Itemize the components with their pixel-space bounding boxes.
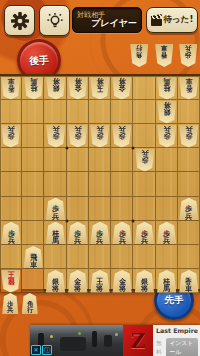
board-square[interactable]: [133, 124, 155, 148]
board-square[interactable]: [44, 172, 66, 196]
board-square[interactable]: [0, 148, 22, 172]
shogi-piece-角行-gote[interactable]: 角行: [130, 44, 149, 67]
board-square[interactable]: [89, 148, 111, 172]
opponent-name: プレイヤー: [90, 17, 137, 30]
shogi-board[interactable]: 香車桂馬銀将金将玉将金将桂馬香車銀将歩兵歩兵歩兵歩兵歩兵歩兵歩兵歩兵歩兵歩兵歩兵…: [0, 74, 200, 291]
board-square[interactable]: [67, 172, 89, 196]
shogi-piece-香車-gote[interactable]: 香車: [155, 44, 174, 67]
shogi-piece-歩兵-sente[interactable]: 歩兵: [46, 198, 66, 221]
ad-install-button[interactable]: インストール: [166, 338, 198, 356]
shogi-piece-歩兵-gote[interactable]: 歩兵: [179, 44, 198, 67]
star-point: [65, 219, 68, 222]
board-square[interactable]: [22, 197, 44, 221]
board-square[interactable]: [178, 245, 200, 269]
board-square[interactable]: [67, 100, 89, 124]
board-square[interactable]: [133, 172, 155, 196]
board-square[interactable]: [0, 245, 22, 269]
hint-button[interactable]: [39, 5, 70, 36]
board-square[interactable]: [156, 245, 178, 269]
board-square[interactable]: [44, 245, 66, 269]
ad-text-area[interactable]: Last Empire − War Z ... 無料 インストール: [153, 325, 200, 356]
board-square[interactable]: [67, 245, 89, 269]
ad-thumbnail[interactable]: ✕ ⓘ: [30, 325, 123, 356]
ad-close-icon[interactable]: ✕: [31, 345, 41, 355]
board-square[interactable]: [133, 245, 155, 269]
board-square[interactable]: [0, 100, 22, 124]
board-square[interactable]: [178, 148, 200, 172]
board-square[interactable]: [0, 172, 22, 196]
shogi-piece-銀将-sente[interactable]: 銀将: [135, 270, 155, 293]
opponent-panel: 対戦相手 プレイヤー: [72, 7, 142, 33]
clapper-icon: [151, 15, 162, 26]
shogi-piece-桂馬-sente[interactable]: 桂馬: [157, 270, 177, 293]
board-square[interactable]: [133, 76, 155, 100]
shogi-piece-王将-sente[interactable]: 王将: [90, 270, 110, 293]
gote-captured-pieces-tray: 角行香車歩兵: [130, 43, 200, 71]
shogi-piece-歩兵-sente[interactable]: 歩兵: [179, 198, 199, 221]
shogi-piece-飛車-sente[interactable]: 飛車: [24, 246, 44, 269]
board-square[interactable]: [22, 221, 44, 245]
shogi-piece-歩兵-sente[interactable]: 歩兵: [68, 222, 88, 245]
shogi-piece-角行-sente[interactable]: 角行: [22, 293, 39, 314]
shogi-piece-銀将-sente[interactable]: 銀将: [46, 270, 66, 293]
takeback-label: 待った!: [164, 14, 194, 26]
ad-app-logo[interactable]: Z: [123, 325, 153, 356]
ad-banner[interactable]: ✕ ⓘ Z Last Empire − War Z ... 無料 インストール: [30, 325, 200, 356]
shogi-piece-香車-sente[interactable]: 香車: [179, 270, 199, 293]
ad-free-label: 無料: [156, 339, 164, 356]
shogi-piece-歩兵-sente[interactable]: 歩兵: [112, 222, 132, 245]
shogi-piece-歩兵-sente[interactable]: 歩兵: [90, 222, 110, 245]
board-square[interactable]: [44, 100, 66, 124]
lightbulb-icon: [46, 12, 64, 30]
ad-info-icon[interactable]: ⓘ: [42, 345, 52, 355]
ad-title[interactable]: Last Empire − War Z ...: [156, 327, 198, 334]
board-square[interactable]: [156, 148, 178, 172]
board-square[interactable]: [111, 197, 133, 221]
board-square[interactable]: [111, 172, 133, 196]
board-square[interactable]: [111, 245, 133, 269]
gear-icon: [11, 12, 29, 30]
board-square[interactable]: [44, 148, 66, 172]
board-square[interactable]: [89, 172, 111, 196]
board-square[interactable]: [178, 100, 200, 124]
board-square[interactable]: [133, 197, 155, 221]
board-square[interactable]: [89, 197, 111, 221]
board-square[interactable]: [178, 221, 200, 245]
board-square[interactable]: [156, 197, 178, 221]
shogi-piece-歩兵-sente[interactable]: 歩兵: [135, 222, 155, 245]
board-square[interactable]: [111, 100, 133, 124]
board-square[interactable]: [0, 197, 22, 221]
shogi-piece-金将-sente[interactable]: 金将: [112, 270, 132, 293]
board-square[interactable]: [22, 148, 44, 172]
board-square[interactable]: [22, 124, 44, 148]
board-square[interactable]: [67, 197, 89, 221]
sente-captured-pieces-tray: 歩兵角行: [2, 292, 62, 316]
board-square[interactable]: [133, 100, 155, 124]
star-point: [65, 147, 68, 150]
shogi-piece-金将-sente[interactable]: 金将: [68, 270, 88, 293]
board-square[interactable]: [111, 148, 133, 172]
board-square[interactable]: [22, 172, 44, 196]
board-square[interactable]: [22, 100, 44, 124]
takeback-button[interactable]: 待った!: [146, 7, 198, 33]
shogi-piece-歩兵-sente[interactable]: 歩兵: [157, 222, 177, 245]
app-screen: 対戦相手 プレイヤー 待った! 後手 先手 角行香車歩兵 香車桂馬銀将金将玉将金…: [0, 0, 200, 356]
shogi-piece-歩兵-sente[interactable]: 歩兵: [1, 222, 21, 245]
star-point: [132, 147, 135, 150]
settings-button[interactable]: [4, 5, 35, 36]
board-square[interactable]: [22, 269, 44, 293]
star-point: [132, 219, 135, 222]
board-square[interactable]: [178, 172, 200, 196]
board-square[interactable]: [89, 100, 111, 124]
shogi-piece-桂馬-sente[interactable]: 桂馬: [46, 222, 66, 245]
board-square[interactable]: [89, 245, 111, 269]
board-square[interactable]: [67, 148, 89, 172]
board-square[interactable]: [156, 172, 178, 196]
shogi-piece-歩兵-sente[interactable]: 歩兵: [2, 293, 19, 314]
